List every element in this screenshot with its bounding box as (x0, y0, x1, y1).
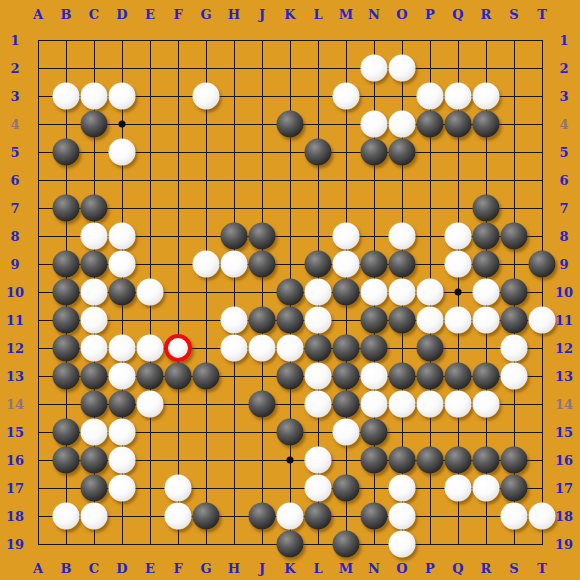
stone-white[interactable] (389, 503, 416, 530)
stone-black[interactable] (445, 363, 472, 390)
stone-black[interactable] (221, 223, 248, 250)
stone-white[interactable] (473, 307, 500, 334)
stone-white[interactable] (305, 391, 332, 418)
row-label-left: 10 (6, 285, 24, 300)
stone-black[interactable] (333, 475, 360, 502)
stone-white[interactable] (361, 363, 388, 390)
grid-line-vertical (206, 40, 207, 545)
stone-black[interactable] (473, 195, 500, 222)
stone-black[interactable] (53, 419, 80, 446)
row-label-right: 15 (555, 425, 573, 440)
grid-line-vertical (38, 40, 39, 545)
stone-white[interactable] (361, 391, 388, 418)
stone-white[interactable] (389, 55, 416, 82)
grid-line-vertical (542, 40, 543, 545)
stone-white[interactable] (109, 139, 136, 166)
stone-white[interactable] (333, 83, 360, 110)
stone-black[interactable] (361, 419, 388, 446)
stone-white[interactable] (81, 307, 108, 334)
row-label-right: 4 (559, 117, 568, 132)
stone-white[interactable] (473, 391, 500, 418)
column-label-bottom: B (61, 561, 72, 576)
grid-line-horizontal (38, 180, 543, 181)
row-label-right: 2 (559, 61, 568, 76)
row-label-right: 8 (559, 229, 568, 244)
row-label-right: 18 (555, 509, 573, 524)
stone-white[interactable] (277, 335, 304, 362)
stone-black[interactable] (277, 419, 304, 446)
stone-black[interactable] (81, 447, 108, 474)
stone-black[interactable] (473, 447, 500, 474)
stone-white[interactable] (193, 251, 220, 278)
row-label-left: 13 (6, 369, 24, 384)
stone-white[interactable] (81, 419, 108, 446)
row-label-right: 3 (559, 89, 568, 104)
stone-white[interactable] (193, 83, 220, 110)
row-label-left: 6 (10, 173, 19, 188)
stone-white[interactable] (165, 475, 192, 502)
stone-white[interactable] (221, 307, 248, 334)
stone-black[interactable] (53, 251, 80, 278)
column-label-bottom: D (116, 561, 127, 576)
row-label-right: 12 (555, 341, 573, 356)
stone-white[interactable] (417, 83, 444, 110)
column-label-bottom: M (339, 561, 353, 576)
stone-black[interactable] (81, 391, 108, 418)
stone-black[interactable] (417, 111, 444, 138)
column-label-top: C (89, 7, 99, 22)
stone-white[interactable] (389, 111, 416, 138)
stone-white[interactable] (445, 391, 472, 418)
row-label-left: 17 (6, 481, 24, 496)
stone-black[interactable] (53, 335, 80, 362)
stone-white[interactable] (361, 55, 388, 82)
row-label-right: 1 (559, 33, 568, 48)
stone-black[interactable] (501, 223, 528, 250)
stone-black[interactable] (529, 251, 556, 278)
stone-black[interactable] (361, 307, 388, 334)
stone-white[interactable] (305, 447, 332, 474)
column-label-top: G (200, 7, 211, 22)
column-label-bottom: H (228, 561, 240, 576)
stone-white[interactable] (445, 307, 472, 334)
stone-white[interactable] (221, 335, 248, 362)
stone-white[interactable] (109, 83, 136, 110)
stone-white[interactable] (473, 83, 500, 110)
stone-white[interactable] (333, 223, 360, 250)
stone-black[interactable] (501, 307, 528, 334)
column-label-bottom: S (509, 561, 518, 576)
row-label-left: 11 (6, 313, 24, 328)
stone-white[interactable] (445, 83, 472, 110)
stone-white[interactable] (501, 363, 528, 390)
stone-white[interactable] (417, 307, 444, 334)
row-label-left: 18 (6, 509, 24, 524)
row-label-left: 4 (10, 117, 19, 132)
stone-black[interactable] (249, 391, 276, 418)
stone-white[interactable] (109, 251, 136, 278)
column-label-bottom: T (537, 561, 547, 576)
stone-black[interactable] (361, 447, 388, 474)
stone-white[interactable] (305, 307, 332, 334)
stone-black[interactable] (389, 363, 416, 390)
stone-black[interactable] (501, 475, 528, 502)
stone-white[interactable] (165, 503, 192, 530)
stone-black[interactable] (417, 335, 444, 362)
row-label-right: 19 (555, 537, 573, 552)
row-label-right: 6 (559, 173, 568, 188)
column-label-bottom: J (259, 561, 265, 576)
column-label-bottom: F (173, 561, 182, 576)
stone-white[interactable] (473, 475, 500, 502)
row-label-right: 13 (555, 369, 573, 384)
stone-white[interactable] (389, 531, 416, 558)
stone-black[interactable] (389, 139, 416, 166)
column-label-bottom: N (368, 561, 380, 576)
stone-white[interactable] (277, 503, 304, 530)
column-label-top: R (481, 7, 492, 22)
stone-white[interactable] (81, 223, 108, 250)
row-label-right: 17 (555, 481, 573, 496)
stone-black[interactable] (249, 223, 276, 250)
row-label-left: 1 (10, 33, 19, 48)
star-point (455, 289, 462, 296)
grid-line-horizontal (38, 68, 543, 69)
stone-black[interactable] (277, 307, 304, 334)
stone-white[interactable] (389, 391, 416, 418)
stone-black[interactable] (473, 223, 500, 250)
stone-black[interactable] (277, 111, 304, 138)
column-label-bottom: Q (452, 561, 463, 576)
row-label-right: 5 (559, 145, 568, 160)
go-board[interactable]: AABBCCDDEEFFGGHHJJKKLLMMNNOOPPQQRRSSTT11… (0, 0, 580, 580)
row-label-right: 14 (555, 397, 573, 412)
stone-black[interactable] (305, 139, 332, 166)
stone-white[interactable] (361, 279, 388, 306)
stone-white[interactable] (389, 223, 416, 250)
row-label-right: 7 (559, 201, 568, 216)
column-label-bottom: E (145, 561, 155, 576)
column-label-top: T (537, 7, 547, 22)
stone-black[interactable] (53, 447, 80, 474)
row-label-right: 11 (555, 313, 573, 328)
stone-white[interactable] (249, 335, 276, 362)
row-label-left: 9 (10, 257, 19, 272)
stone-black[interactable] (53, 307, 80, 334)
stone-black[interactable] (53, 139, 80, 166)
stone-white[interactable] (137, 279, 164, 306)
column-label-top: B (61, 7, 72, 22)
stone-white[interactable] (109, 475, 136, 502)
stone-white[interactable] (501, 503, 528, 530)
stone-black[interactable] (53, 195, 80, 222)
stone-white[interactable] (473, 279, 500, 306)
stone-black[interactable] (193, 363, 220, 390)
stone-black[interactable] (501, 447, 528, 474)
column-label-bottom: L (313, 561, 322, 576)
stone-black[interactable] (501, 279, 528, 306)
row-label-left: 3 (10, 89, 19, 104)
row-label-left: 7 (10, 201, 19, 216)
row-label-left: 19 (6, 537, 24, 552)
stone-white[interactable] (81, 83, 108, 110)
stone-black[interactable] (193, 503, 220, 530)
stone-black[interactable] (165, 363, 192, 390)
stone-white[interactable] (53, 503, 80, 530)
column-label-bottom: G (200, 561, 211, 576)
stone-black[interactable] (305, 251, 332, 278)
stone-white[interactable] (109, 335, 136, 362)
column-label-top: D (116, 7, 127, 22)
stone-white[interactable] (361, 111, 388, 138)
column-label-top: S (509, 7, 518, 22)
stone-white[interactable] (137, 391, 164, 418)
stone-white[interactable] (305, 475, 332, 502)
stone-white[interactable] (109, 363, 136, 390)
column-label-bottom: A (33, 561, 43, 576)
stone-black[interactable] (333, 335, 360, 362)
row-label-left: 15 (6, 425, 24, 440)
grid-line-vertical (262, 40, 263, 545)
stone-white[interactable] (305, 363, 332, 390)
stone-white[interactable] (445, 223, 472, 250)
column-label-top: E (145, 7, 155, 22)
stone-white[interactable] (529, 307, 556, 334)
stone-black[interactable] (277, 531, 304, 558)
row-label-left: 5 (10, 145, 19, 160)
star-point (287, 457, 294, 464)
stone-black[interactable] (417, 363, 444, 390)
grid-line-vertical (178, 40, 179, 545)
stone-white[interactable] (333, 251, 360, 278)
stone-black[interactable] (249, 503, 276, 530)
stone-black[interactable] (389, 251, 416, 278)
stone-white[interactable] (81, 335, 108, 362)
stone-white[interactable] (529, 503, 556, 530)
stone-black[interactable] (81, 363, 108, 390)
stone-black[interactable] (473, 251, 500, 278)
stone-black[interactable] (361, 139, 388, 166)
stone-black[interactable] (333, 363, 360, 390)
row-label-left: 2 (10, 61, 19, 76)
column-label-top: L (313, 7, 322, 22)
stone-black[interactable] (305, 503, 332, 530)
stone-black[interactable] (53, 279, 80, 306)
column-label-bottom: P (425, 561, 435, 576)
stone-black[interactable] (109, 391, 136, 418)
stone-black[interactable] (333, 279, 360, 306)
column-label-top: P (425, 7, 435, 22)
stone-white[interactable] (389, 475, 416, 502)
stone-black[interactable] (81, 111, 108, 138)
stone-black[interactable] (361, 335, 388, 362)
column-label-bottom: C (89, 561, 99, 576)
stone-black[interactable] (361, 251, 388, 278)
column-label-top: M (339, 7, 353, 22)
stone-white[interactable] (445, 475, 472, 502)
column-label-top: J (259, 7, 265, 22)
stone-white[interactable] (501, 335, 528, 362)
stone-white[interactable] (81, 503, 108, 530)
stone-black[interactable] (417, 447, 444, 474)
stone-black[interactable] (389, 307, 416, 334)
stone-black[interactable] (333, 531, 360, 558)
stone-black[interactable] (361, 503, 388, 530)
stone-black[interactable] (137, 363, 164, 390)
stone-black[interactable] (109, 279, 136, 306)
grid-line-horizontal (38, 40, 543, 41)
grid-line-vertical (234, 40, 235, 545)
stone-black[interactable] (249, 307, 276, 334)
stone-white[interactable] (109, 447, 136, 474)
column-label-top: Q (452, 7, 463, 22)
stone-white[interactable] (445, 251, 472, 278)
column-label-top: F (173, 7, 182, 22)
stone-black[interactable] (81, 195, 108, 222)
star-point (119, 121, 126, 128)
row-label-left: 14 (6, 397, 24, 412)
column-label-bottom: K (284, 561, 295, 576)
stone-white[interactable] (417, 391, 444, 418)
column-label-top: H (228, 7, 240, 22)
stone-black[interactable] (473, 111, 500, 138)
row-label-left: 8 (10, 229, 19, 244)
column-label-top: K (284, 7, 295, 22)
stone-black[interactable] (473, 363, 500, 390)
row-label-right: 16 (555, 453, 573, 468)
stone-last-move-marker[interactable] (164, 334, 192, 362)
stone-black[interactable] (277, 279, 304, 306)
stone-white[interactable] (109, 419, 136, 446)
row-label-left: 12 (6, 341, 24, 356)
stone-black[interactable] (277, 363, 304, 390)
row-label-left: 16 (6, 453, 24, 468)
stone-black[interactable] (81, 475, 108, 502)
stone-black[interactable] (445, 111, 472, 138)
row-label-right: 10 (555, 285, 573, 300)
stone-white[interactable] (221, 251, 248, 278)
column-label-bottom: R (481, 561, 492, 576)
column-label-bottom: O (396, 561, 407, 576)
grid-line-horizontal (38, 208, 543, 209)
stone-white[interactable] (53, 83, 80, 110)
stone-black[interactable] (249, 251, 276, 278)
column-label-top: N (368, 7, 380, 22)
stone-black[interactable] (445, 447, 472, 474)
stone-white[interactable] (81, 279, 108, 306)
stone-black[interactable] (81, 251, 108, 278)
column-label-top: A (33, 7, 43, 22)
stone-black[interactable] (389, 447, 416, 474)
stone-white[interactable] (333, 419, 360, 446)
stone-black[interactable] (305, 335, 332, 362)
stone-black[interactable] (53, 363, 80, 390)
stone-white[interactable] (417, 279, 444, 306)
stone-white[interactable] (137, 335, 164, 362)
row-label-right: 9 (559, 257, 568, 272)
stone-black[interactable] (333, 391, 360, 418)
stone-white[interactable] (109, 223, 136, 250)
stone-white[interactable] (389, 279, 416, 306)
column-label-top: O (396, 7, 407, 22)
stone-white[interactable] (305, 279, 332, 306)
